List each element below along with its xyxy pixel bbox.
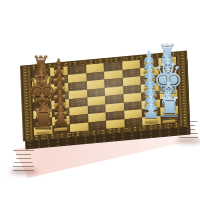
square-h2 xyxy=(52,124,70,134)
chess-board xyxy=(21,51,189,141)
square-h6 xyxy=(124,117,142,127)
square-h5 xyxy=(106,119,124,129)
square-h4 xyxy=(88,121,106,131)
square-h7 xyxy=(142,116,160,126)
square-h8 xyxy=(160,114,178,124)
board-foot-left xyxy=(13,147,34,173)
square-h3 xyxy=(70,122,88,132)
square-h1 xyxy=(34,126,52,136)
chess-set-photo: ♜♞♝♛♚♝♞♜♟♟♟♟♟♟♟♟♟♟♟♟♟♟♟♟♜♞♝♛♚♝♞♜ xyxy=(0,0,200,200)
board-grid xyxy=(32,57,179,136)
